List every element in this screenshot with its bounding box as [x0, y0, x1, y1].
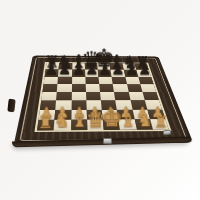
latch-clasp-icon [103, 138, 112, 144]
square-b7: ♟ [58, 70, 72, 77]
square-g4 [128, 92, 144, 100]
square-b2: ♟ [55, 110, 71, 120]
square-b5 [57, 84, 72, 92]
latch-clasp-icon [163, 130, 171, 136]
square-e3 [101, 100, 117, 109]
square-e4 [100, 92, 116, 100]
square-h7: ♟ [136, 70, 151, 77]
square-a2: ♟ [39, 110, 56, 120]
square-d5 [85, 84, 100, 92]
square-e1: ♚ [103, 119, 120, 130]
square-d2: ♟ [86, 110, 102, 120]
square-a3 [40, 101, 56, 110]
square-a4 [41, 92, 57, 101]
square-c7: ♟ [72, 70, 85, 77]
square-c1: ♝ [71, 119, 88, 130]
square-e5 [99, 84, 114, 92]
square-h2: ♟ [147, 109, 165, 119]
square-b4 [56, 92, 71, 101]
square-c2: ♟ [71, 110, 87, 120]
square-h3 [145, 100, 162, 109]
chess-set-product-photo: ♜♞♝♛♚♝♞♜♟♟♟♟♟♟♟♟♟♟♟♟♟♟♟♟♜♞♝♛♚♝♞♜ [0, 0, 200, 200]
square-h5 [140, 84, 156, 92]
square-g3 [130, 100, 147, 109]
square-b1: ♞ [54, 120, 71, 131]
square-h4 [142, 92, 159, 100]
square-h1: ♜ [150, 119, 169, 130]
square-e6 [98, 77, 112, 84]
square-e2: ♟ [102, 109, 119, 119]
board-grid: ♜♞♝♛♚♝♞♜♟♟♟♟♟♟♟♟♟♟♟♟♟♟♟♟♜♞♝♛♚♝♞♜ [34, 62, 171, 132]
square-d1: ♛ [87, 119, 104, 130]
square-b3 [56, 101, 72, 110]
square-b6 [58, 77, 72, 84]
square-c4 [71, 92, 86, 101]
square-g5 [127, 84, 143, 92]
fold-hinge-icon [7, 99, 15, 113]
square-f4 [114, 92, 130, 100]
black-rook: ♜ [135, 55, 149, 70]
square-a7: ♟ [45, 70, 59, 77]
black-rook: ♜ [45, 54, 60, 69]
square-d7: ♟ [85, 70, 99, 77]
square-c6 [72, 77, 86, 84]
square-a1: ♜ [37, 120, 55, 131]
square-e7: ♟ [98, 70, 112, 77]
square-d3 [86, 100, 102, 109]
black-knight: ♞ [57, 54, 73, 70]
square-c3 [71, 100, 86, 109]
square-d4 [86, 92, 101, 100]
square-a6 [44, 77, 59, 84]
square-d6 [85, 77, 99, 84]
square-c5 [71, 84, 85, 92]
square-h6 [138, 77, 154, 84]
square-a5 [42, 84, 57, 92]
